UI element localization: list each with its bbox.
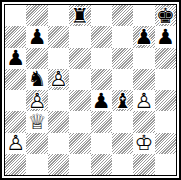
square-h6 — [155, 48, 176, 69]
square-a7 — [5, 26, 26, 47]
square-a1 — [5, 154, 26, 175]
black-pawn-glyph: ♟ — [28, 26, 47, 47]
black-pawn-glyph: ♟ — [156, 26, 175, 47]
chess-diagram: ♜♜♚♚♟♟♟♟♟♟♟♟♞♞♟♙♟♙♟♟♝♝♟♙♛♕♟♙♚♔ — [0, 0, 181, 180]
square-g1 — [133, 154, 154, 175]
black-rook: ♜♜ — [69, 5, 90, 26]
square-c7 — [48, 26, 69, 47]
black-pawn: ♟♟ — [26, 26, 47, 47]
black-pawn-glyph: ♟ — [135, 26, 154, 47]
black-bishop: ♝♝ — [112, 90, 133, 111]
square-f4: ♝♝ — [112, 90, 133, 111]
square-g6 — [133, 48, 154, 69]
chess-board: ♜♜♚♚♟♟♟♟♟♟♟♟♞♞♟♙♟♙♟♟♝♝♟♙♛♕♟♙♚♔ — [5, 5, 176, 175]
square-f7 — [112, 26, 133, 47]
square-d6 — [69, 48, 90, 69]
black-knight: ♞♞ — [26, 69, 47, 90]
board-frame: ♜♜♚♚♟♟♟♟♟♟♟♟♞♞♟♙♟♙♟♟♝♝♟♙♛♕♟♙♚♔ — [4, 4, 177, 176]
square-c3 — [48, 111, 69, 132]
square-a5 — [5, 69, 26, 90]
square-g3 — [133, 111, 154, 132]
black-king: ♚♚ — [155, 5, 176, 26]
square-e8 — [91, 5, 112, 26]
black-knight-glyph: ♞ — [28, 69, 47, 90]
square-c6 — [48, 48, 69, 69]
square-a2: ♟♙ — [5, 133, 26, 154]
square-a8 — [5, 5, 26, 26]
square-c5: ♟♙ — [48, 69, 69, 90]
square-b8 — [26, 5, 47, 26]
square-d1 — [69, 154, 90, 175]
square-e4: ♟♟ — [91, 90, 112, 111]
square-b7: ♟♟ — [26, 26, 47, 47]
square-c4 — [48, 90, 69, 111]
square-g4: ♟♙ — [133, 90, 154, 111]
black-pawn-glyph: ♟ — [6, 48, 25, 69]
square-d7 — [69, 26, 90, 47]
black-bishop-glyph: ♝ — [113, 90, 132, 111]
square-c2 — [48, 133, 69, 154]
square-a6: ♟♟ — [5, 48, 26, 69]
square-g5 — [133, 69, 154, 90]
square-e7 — [91, 26, 112, 47]
square-f6 — [112, 48, 133, 69]
square-h4 — [155, 90, 176, 111]
white-pawn-glyph: ♙ — [28, 90, 47, 111]
square-e1 — [91, 154, 112, 175]
square-d4 — [69, 90, 90, 111]
white-king: ♚♔ — [133, 133, 154, 154]
square-f3 — [112, 111, 133, 132]
square-b6 — [26, 48, 47, 69]
square-a4 — [5, 90, 26, 111]
square-h8: ♚♚ — [155, 5, 176, 26]
square-d5 — [69, 69, 90, 90]
square-b1 — [26, 154, 47, 175]
white-pawn: ♟♙ — [5, 133, 26, 154]
white-pawn-glyph: ♙ — [6, 133, 25, 154]
square-h7: ♟♟ — [155, 26, 176, 47]
black-pawn-glyph: ♟ — [92, 90, 111, 111]
square-e5 — [91, 69, 112, 90]
white-pawn: ♟♙ — [48, 69, 69, 90]
square-e2 — [91, 133, 112, 154]
square-c8 — [48, 5, 69, 26]
square-h1 — [155, 154, 176, 175]
square-b3: ♛♕ — [26, 111, 47, 132]
white-pawn-glyph: ♙ — [49, 69, 68, 90]
square-c1 — [48, 154, 69, 175]
square-h5 — [155, 69, 176, 90]
square-d8: ♜♜ — [69, 5, 90, 26]
black-pawn: ♟♟ — [155, 26, 176, 47]
square-b2 — [26, 133, 47, 154]
white-pawn-glyph: ♙ — [135, 90, 154, 111]
square-f2 — [112, 133, 133, 154]
white-pawn: ♟♙ — [133, 90, 154, 111]
square-f8 — [112, 5, 133, 26]
white-queen: ♛♕ — [26, 111, 47, 132]
white-pawn: ♟♙ — [26, 90, 47, 111]
black-pawn: ♟♟ — [5, 48, 26, 69]
square-e6 — [91, 48, 112, 69]
black-pawn: ♟♟ — [91, 90, 112, 111]
square-a3 — [5, 111, 26, 132]
black-rook-glyph: ♜ — [70, 5, 89, 26]
white-queen-glyph: ♕ — [28, 111, 47, 132]
square-d3 — [69, 111, 90, 132]
square-g7: ♟♟ — [133, 26, 154, 47]
square-f5 — [112, 69, 133, 90]
black-pawn: ♟♟ — [133, 26, 154, 47]
square-h3 — [155, 111, 176, 132]
black-king-glyph: ♚ — [156, 5, 175, 26]
square-d2 — [69, 133, 90, 154]
square-b4: ♟♙ — [26, 90, 47, 111]
square-g2: ♚♔ — [133, 133, 154, 154]
square-e3 — [91, 111, 112, 132]
square-h2 — [155, 133, 176, 154]
square-f1 — [112, 154, 133, 175]
square-b5: ♞♞ — [26, 69, 47, 90]
white-king-glyph: ♔ — [135, 133, 154, 154]
square-g8 — [133, 5, 154, 26]
